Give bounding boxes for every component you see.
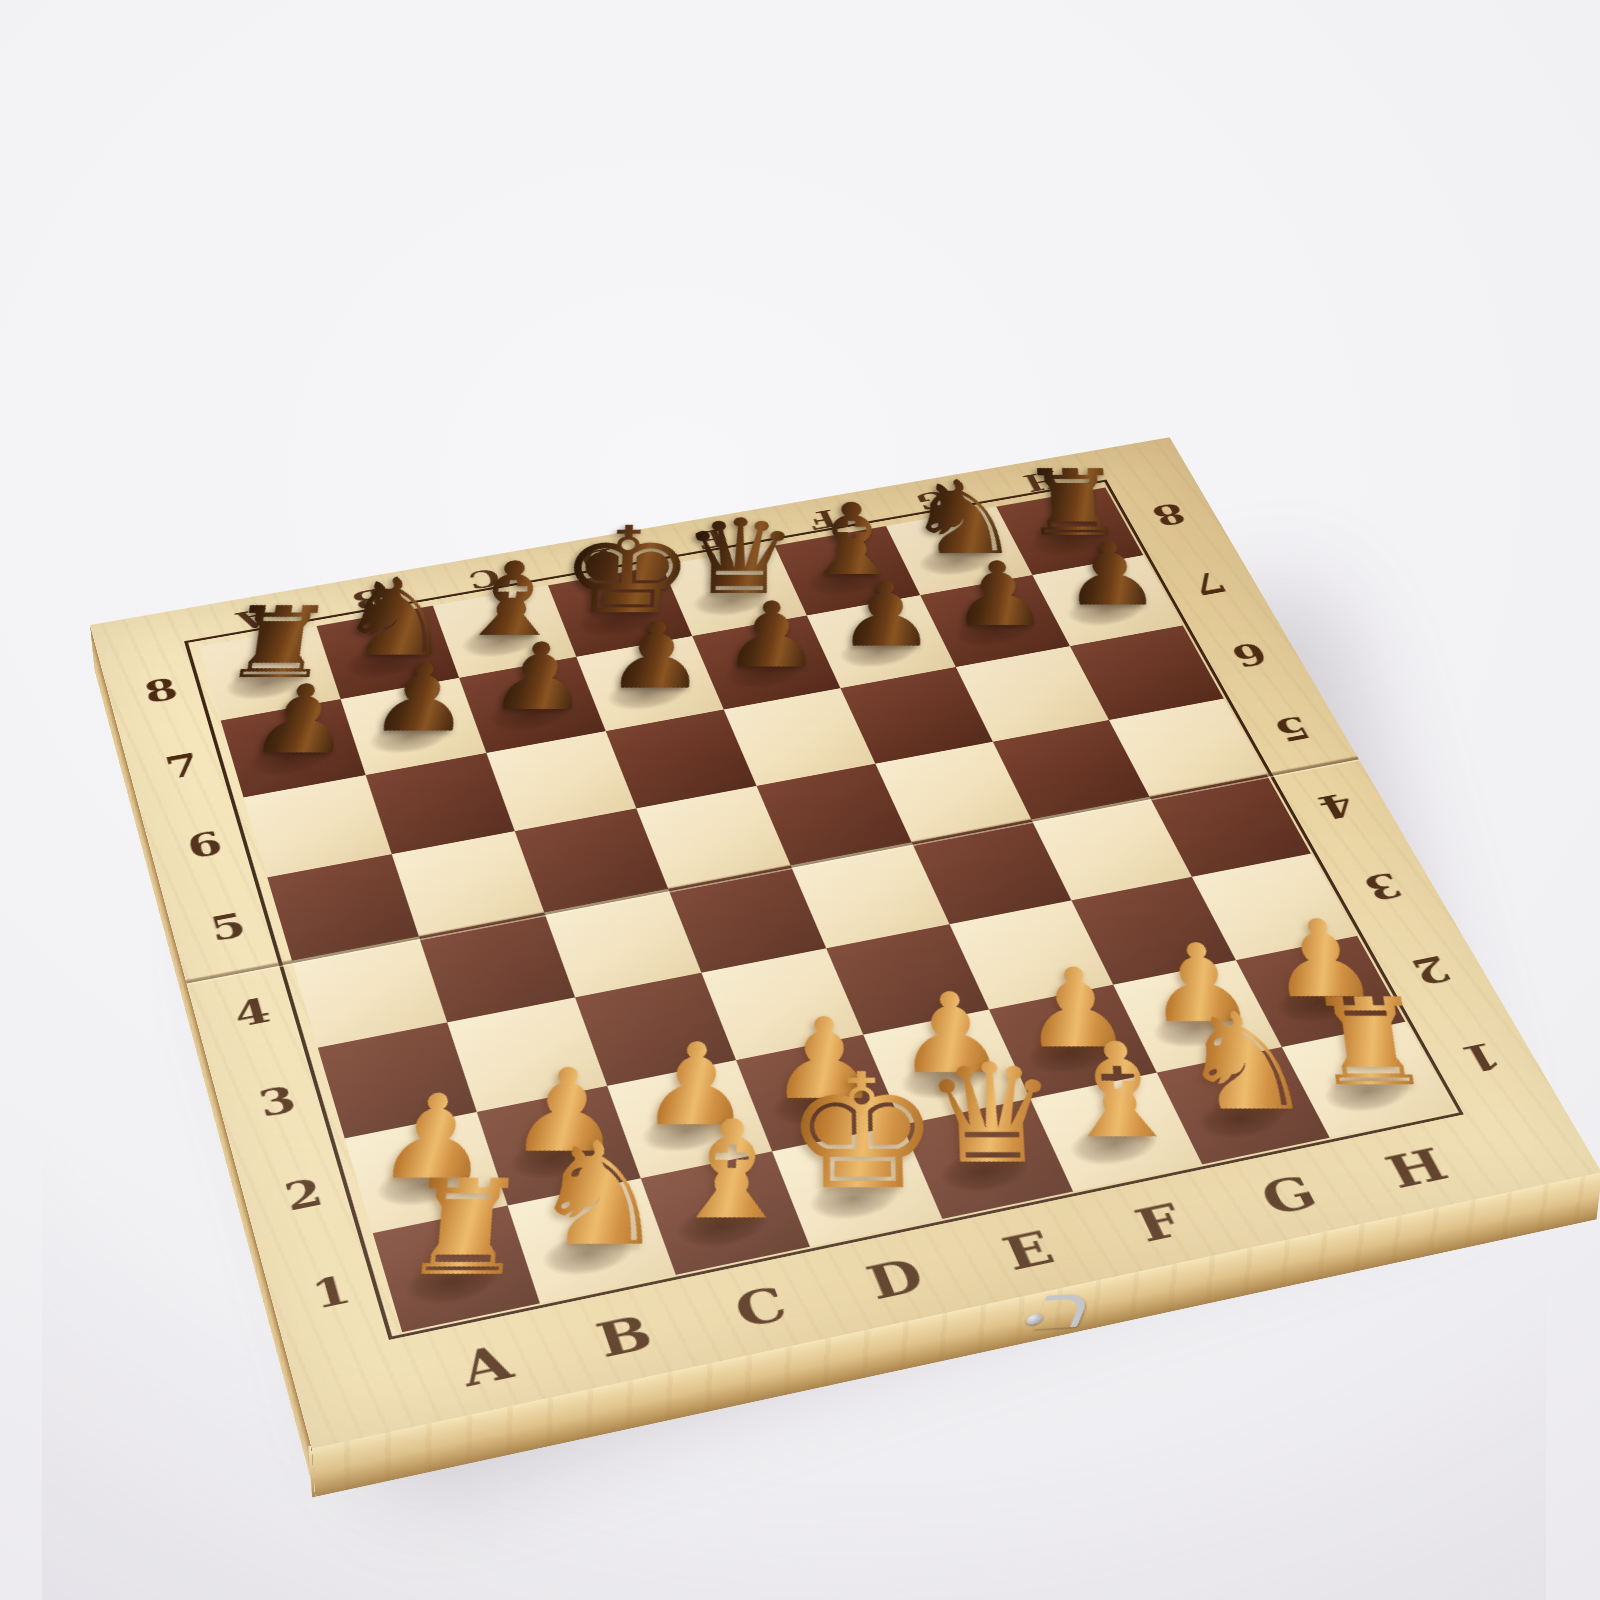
- product-photo-stage: ABCDEFGHABCDEFGH8765432187654321 ♜♞♝♚♛♝♞…: [0, 0, 1600, 1600]
- black-pawn-icon: ♟: [835, 570, 938, 660]
- pieces-layer: ♜♞♝♚♛♝♞♜♟♟♟♟♟♟♟♟♟♟♟♟♟♟♟♟♜♞♝♚♛♝♞♜: [90, 437, 1170, 625]
- black-pawn-icon: ♟: [244, 673, 360, 768]
- latch-hook-icon: [1033, 1293, 1091, 1329]
- piece-black-pawn-a7[interactable]: ♟: [216, 673, 387, 768]
- black-pawn-icon: ♟: [603, 611, 708, 703]
- scene: ABCDEFGHABCDEFGH8765432187654321 ♜♞♝♚♛♝♞…: [42, 0, 1546, 1600]
- black-pawn-icon: ♟: [720, 591, 823, 682]
- camera-squash: ABCDEFGHABCDEFGH8765432187654321 ♜♞♝♚♛♝♞…: [42, 0, 1546, 1600]
- chess-board: ABCDEFGHABCDEFGH8765432187654321 ♜♞♝♚♛♝♞…: [90, 437, 1600, 1448]
